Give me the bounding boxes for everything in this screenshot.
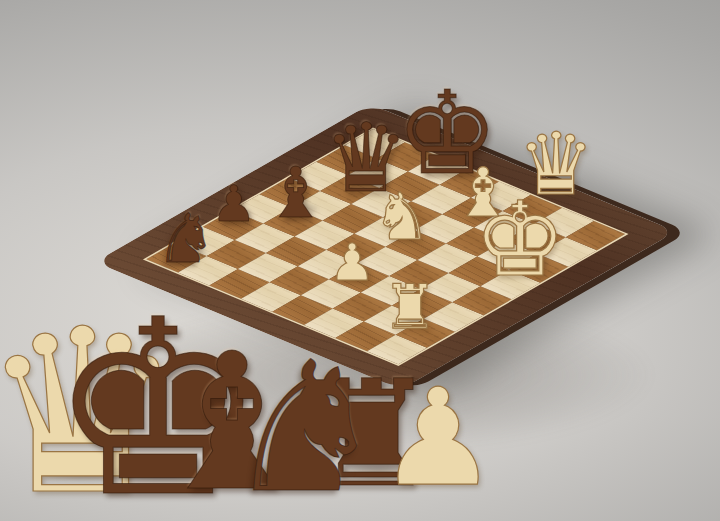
display-piece-shadow [415,464,476,481]
display-piece-shadow [109,465,221,482]
product-photo-scene: ♚♛♛♝♝♟♞♞♚♟♜ ♛♚♝♜♞♟ [0,0,720,521]
display-piece-shadow [271,466,353,483]
display-piece-shadow [196,464,283,481]
display-piece-shadow [37,464,141,481]
display-piece-shadow [345,464,413,481]
